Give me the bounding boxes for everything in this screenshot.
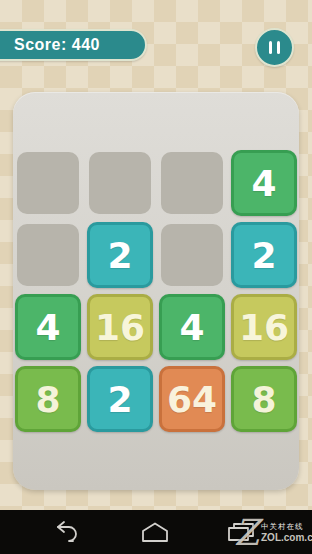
pause-icon <box>277 41 280 54</box>
board-cell: 2 <box>233 224 295 286</box>
score-pill: Score: 440 <box>0 29 147 61</box>
tile-4: 4 <box>15 294 81 360</box>
board-cell: 4 <box>161 296 223 358</box>
tile-8: 8 <box>15 366 81 432</box>
board-cell <box>161 152 223 214</box>
home-button[interactable] <box>138 520 172 544</box>
board-cell <box>161 224 223 286</box>
tile-2: 2 <box>87 222 153 288</box>
board-cell <box>17 224 79 286</box>
android-navbar <box>0 510 312 554</box>
tile-2: 2 <box>231 222 297 288</box>
board-cell: 4 <box>17 296 79 358</box>
home-icon <box>143 524 167 542</box>
pause-button[interactable] <box>255 28 294 67</box>
tile-4: 4 <box>159 294 225 360</box>
board-cell: 8 <box>17 368 79 430</box>
pause-icon <box>269 41 272 54</box>
board-cell <box>89 152 151 214</box>
game-board[interactable]: 42241641682648 <box>13 92 299 490</box>
board-cell: 2 <box>89 224 151 286</box>
tile-8: 8 <box>231 366 297 432</box>
recents-button[interactable] <box>226 520 256 544</box>
board-cell: 16 <box>89 296 151 358</box>
tile-64: 64 <box>159 366 225 432</box>
board-cell: 16 <box>233 296 295 358</box>
board-cell: 8 <box>233 368 295 430</box>
score-text: Score: 440 <box>0 36 100 54</box>
board-cell: 4 <box>233 152 295 214</box>
tile-4: 4 <box>231 150 297 216</box>
board-grid[interactable]: 42241641682648 <box>17 152 295 430</box>
board-cell: 2 <box>89 368 151 430</box>
board-cell <box>17 152 79 214</box>
tile-2: 2 <box>87 366 153 432</box>
back-button[interactable] <box>52 520 82 544</box>
board-cell: 64 <box>161 368 223 430</box>
recents-icon <box>234 524 253 536</box>
tile-16: 16 <box>231 294 297 360</box>
tile-16: 16 <box>87 294 153 360</box>
